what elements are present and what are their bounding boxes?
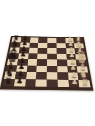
piece-bp: ♟ [14, 78, 25, 86]
piece-bp: ♟ [18, 51, 28, 58]
square-h3 [57, 79, 68, 87]
chess-board: ♜♟♟♜♞♟♟♞♝♟♟♝♛♟♟♛♚♟♟♚♝♟♟♝♞♟♟♞♜♟♟♜ [0, 36, 93, 91]
square-d1: ♛ [75, 54, 85, 60]
piece-bp: ♟ [16, 64, 26, 71]
square-h6 [25, 79, 36, 87]
square-h2: ♟ [68, 80, 80, 88]
piece-br: ♜ [12, 35, 21, 42]
piece-bp: ♟ [20, 40, 29, 47]
piece-bp: ♟ [21, 35, 30, 41]
square-h4 [47, 79, 58, 87]
board-perspective-wrap: ♜♟♟♜♞♟♟♞♝♟♟♝♛♟♟♛♚♟♟♚♝♟♟♝♞♟♟♞♜♟♟♜ [0, 0, 95, 126]
piece-wp: ♟ [68, 71, 79, 79]
piece-bp: ♟ [19, 46, 29, 53]
chess-set-photo: ♜♟♟♜♞♟♟♞♝♟♟♝♛♟♟♛♚♟♟♚♝♟♟♝♞♟♟♞♜♟♟♜ [0, 0, 95, 126]
square-h1: ♜ [79, 80, 91, 88]
square-h5 [36, 79, 47, 87]
square-d3 [57, 54, 67, 60]
piece-wr: ♜ [74, 36, 83, 43]
